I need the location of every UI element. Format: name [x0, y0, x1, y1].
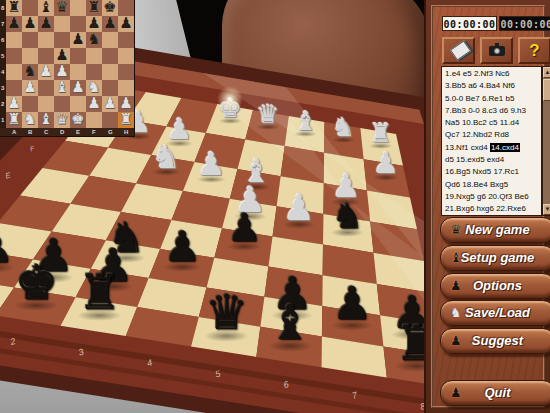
mini-file-label: F [92, 129, 96, 135]
mini-piece-white-p: ♟ [6, 95, 22, 111]
piece-white-queen[interactable]: ♛ [256, 102, 279, 128]
mini-piece-white-p: ♟ [38, 63, 54, 79]
mini-piece-black-p: ♟ [86, 15, 102, 31]
mini-piece-black-r: ♜ [6, 0, 22, 15]
scroll-thumb[interactable] [543, 79, 550, 101]
mini-square-f1 [86, 112, 102, 128]
current-move-highlight[interactable]: 14.cxd4 [490, 143, 520, 152]
mini-piece-white-r: ♜ [118, 111, 134, 127]
mini-piece-white-q: ♛ [54, 111, 70, 127]
mini-piece-black-p: ♟ [102, 15, 118, 31]
mini-piece-white-n: ♞ [22, 111, 38, 127]
mini-square-c3 [38, 80, 54, 96]
piece-black-king[interactable]: ♚ [15, 258, 58, 306]
mini-piece-white-p: ♟ [54, 63, 70, 79]
piece-glyph: ♞ [332, 198, 364, 233]
mini-square-h6 [118, 32, 134, 48]
mini-piece-black-k: ♚ [102, 0, 118, 15]
button-label: Quit [485, 385, 511, 400]
piece-black-queen[interactable]: ♛ [205, 288, 248, 336]
mini-board-file-strip [0, 128, 134, 136]
move-list-line[interactable]: 7.Bb3 0-0 8.c3 d6 9.h3 [445, 105, 541, 117]
move-list[interactable]: 1.e4 e5 2.Nf3 Nc63.Bb5 a6 4.Ba4 Nf65.0-0… [441, 66, 542, 216]
mini-piece-white-r: ♜ [6, 111, 22, 127]
mini-piece-black-p: ♟ [54, 47, 70, 63]
mini-square-d7 [54, 16, 70, 32]
mini-rank-label: 6 [1, 37, 4, 43]
sidebar-panel: 00:00:00 00:00:00 ? 1.e4 e5 2.Nf3 Nc63.B… [431, 5, 545, 408]
move-list-line[interactable]: Na5 10.Bc2 c5 11.d4 [445, 117, 541, 129]
mini-file-label: B [28, 129, 32, 135]
bishop-icon: ♝ [450, 246, 462, 269]
mini-piece-black-p: ♟ [38, 15, 54, 31]
mini-square-a5 [6, 48, 22, 64]
move-list-line[interactable]: 1.e4 e5 2.Nf3 Nc6 [445, 68, 541, 80]
mini-file-label: D [60, 129, 64, 135]
piece-glyph: ♟ [373, 149, 399, 178]
piece-glyph: ♜ [78, 268, 121, 316]
options-button[interactable]: ♟Options [440, 273, 550, 299]
piece-glyph: ♛ [256, 102, 279, 128]
mini-file-label: A [12, 129, 16, 135]
mini-square-h5 [118, 48, 134, 64]
mini-piece-white-p: ♟ [22, 79, 38, 95]
move-list-line[interactable]: 3.Bb5 a6 4.Ba4 Nf6 [445, 80, 541, 92]
piece-glyph: ♞ [332, 115, 355, 141]
mini-rank-label: 2 [1, 101, 4, 107]
mini-rank-label: 4 [1, 69, 4, 75]
piece-white-rook[interactable]: ♜ [369, 121, 392, 147]
mini-piece-black-p: ♟ [6, 15, 22, 31]
piece-glyph: ♚ [15, 258, 58, 306]
mini-square-g5 [102, 48, 118, 64]
mini-piece-black-b: ♝ [38, 0, 54, 15]
camera-view-button[interactable] [480, 37, 513, 64]
mini-square-g1 [102, 112, 118, 128]
mini-square-h4 [118, 64, 134, 80]
button-label: Options [473, 278, 522, 293]
mini-piece-white-b: ♝ [38, 111, 54, 127]
piece-glyph: ♟ [164, 226, 202, 268]
mini-piece-white-p: ♟ [70, 79, 86, 95]
piece-black-pawn[interactable]: ♟ [164, 226, 202, 268]
mini-square-c6 [38, 32, 54, 48]
save-load-button[interactable]: ♞Save/Load [440, 300, 550, 326]
mini-file-label: E [76, 129, 80, 135]
scroll-down-button[interactable]: ▼ [543, 204, 550, 215]
piece-black-knight[interactable]: ♞ [332, 198, 364, 233]
quit-button[interactable]: ♟Quit [440, 380, 550, 406]
piece-white-pawn[interactable]: ♟ [197, 148, 226, 180]
piece-glyph: ♛ [205, 288, 248, 336]
move-list-line[interactable]: 13.Nf1 cxd4 14.cxd4 [445, 142, 541, 154]
piece-white-bishop[interactable]: ♝ [294, 109, 317, 135]
piece-glyph: ♟ [0, 224, 14, 269]
knight-icon: ♞ [450, 301, 462, 324]
mini-piece-white-p: ♟ [86, 95, 102, 111]
mini-rank-label: 8 [1, 5, 4, 11]
mini-rank-label: 7 [1, 21, 4, 27]
mini-square-a4 [6, 64, 22, 80]
mini-piece-white-p: ♟ [102, 95, 118, 111]
button-label: Save/Load [465, 305, 530, 320]
mini-piece-black-n: ♞ [86, 31, 102, 47]
mini-piece-black-p: ♟ [22, 15, 38, 31]
mini-square-f5 [86, 48, 102, 64]
mini-square-a6 [6, 32, 22, 48]
mini-board: ♜♝♛♜♚♟♟♟♟♟♟♟♞♟♞♟♟♟♝♟♞♟♟♟♟♜♞♝♛♚♜87654321A… [0, 0, 135, 137]
piece-white-pawn[interactable]: ♟ [373, 149, 399, 178]
mini-piece-white-b: ♝ [54, 79, 70, 95]
piece-black-rook[interactable]: ♜ [78, 268, 121, 316]
mini-square-e5 [70, 48, 86, 64]
crown-icon: ♛ [450, 218, 462, 241]
suggest-button[interactable]: ♟Suggest [440, 328, 550, 354]
mini-square-b6 [22, 32, 38, 48]
help-button[interactable]: ? [518, 37, 550, 64]
button-label: New game [465, 222, 529, 237]
sidebar: 00:00:00 00:00:00 ? 1.e4 e5 2.Nf3 Nc63.B… [424, 0, 550, 413]
move-list-line[interactable]: 5.0-0 Be7 6.Re1 b5 [445, 93, 541, 105]
move-list-line[interactable]: Qd6 18.Be4 Bxg5 [445, 179, 541, 191]
piece-glyph: ♝ [294, 109, 317, 135]
piece-glyph: ♞ [152, 141, 181, 173]
setup-game-button[interactable]: ♝Setup game [440, 245, 550, 271]
notebook-icon [450, 40, 471, 60]
pawn-icon: ♟ [450, 274, 462, 297]
move-list-line[interactable]: d5 15.exd5 exd4 [445, 154, 541, 166]
move-list-scrollbar: ▲ ▼ [542, 66, 550, 216]
mini-file-label: C [44, 129, 48, 135]
pawn-icon: ♟ [450, 381, 462, 404]
mini-square-g4 [102, 64, 118, 80]
mini-piece-black-r: ♜ [86, 0, 102, 15]
mini-rank-label: 3 [1, 85, 4, 91]
button-label: Suggest [472, 333, 523, 348]
mini-piece-white-n: ♞ [86, 79, 102, 95]
move-list-line[interactable]: 21.Bxg6 hxg6 22.Rxe6 [445, 203, 541, 215]
mini-piece-white-k: ♚ [70, 111, 86, 127]
piece-black-pawn[interactable]: ♟ [332, 281, 372, 326]
move-list-line[interactable]: 16.Bg5 Nxd5 17.Rc1 [445, 166, 541, 178]
pawn-icon: ♟ [450, 329, 462, 352]
piece-glyph: ♟ [283, 190, 315, 225]
move-list-line[interactable]: 19.Nxg5 g6 20.Qf3 Be6 [445, 191, 541, 203]
mini-square-e8 [70, 0, 86, 16]
piece-glyph: ♟ [197, 148, 226, 180]
piece-black-pawn[interactable]: ♟ [0, 224, 14, 269]
mini-piece-black-p: ♟ [70, 31, 86, 47]
button-label: Setup game [461, 250, 535, 265]
black-clock: 00:00:00 [499, 16, 550, 31]
piece-white-knight[interactable]: ♞ [332, 115, 355, 141]
scroll-up-button[interactable]: ▲ [543, 67, 550, 78]
app-window: HGFEDCBA12345678♜♞♝♛♚♜♟♟♟♟♟♝♟♞♞♟♟♟♟♞♟♟♟♟… [0, 0, 550, 413]
piece-white-pawn[interactable]: ♟ [283, 190, 315, 225]
mini-piece-black-q: ♛ [54, 0, 70, 15]
mini-piece-black-p: ♟ [118, 15, 134, 31]
camera-icon [489, 46, 505, 56]
question-mark-icon: ? [520, 39, 549, 62]
piece-glyph: ♟ [332, 281, 372, 326]
mini-file-label: H [124, 129, 128, 135]
notation-book-button[interactable] [442, 37, 475, 64]
piece-glyph: ♝ [268, 298, 311, 346]
white-clock: 00:00:00 [442, 16, 497, 31]
mini-rank-label: 5 [1, 53, 4, 59]
mini-piece-black-n: ♞ [22, 63, 38, 79]
piece-glyph: ♟ [227, 209, 262, 248]
mini-square-g6 [102, 32, 118, 48]
piece-black-bishop[interactable]: ♝ [268, 298, 311, 346]
move-list-line[interactable]: Qc7 12.Nbd2 Rd8 [445, 129, 541, 141]
mini-rank-label: 1 [1, 117, 4, 123]
mini-file-label: G [108, 129, 113, 135]
piece-white-knight[interactable]: ♞ [152, 141, 181, 173]
mini-piece-white-p: ♟ [118, 95, 134, 111]
piece-black-pawn[interactable]: ♟ [227, 209, 262, 248]
new-game-button[interactable]: ♛New game [440, 217, 550, 243]
piece-glyph: ♜ [369, 121, 392, 147]
